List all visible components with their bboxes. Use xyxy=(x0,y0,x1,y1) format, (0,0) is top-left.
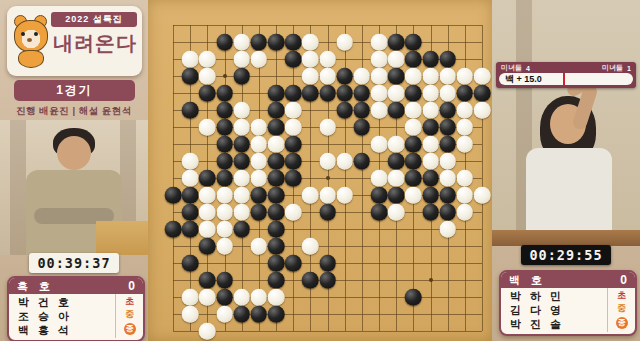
white-stone xyxy=(457,68,474,85)
black-stone xyxy=(268,238,285,255)
white-stone xyxy=(182,51,199,68)
crew-credits: 진행 배윤진 | 해설 윤현석 xyxy=(0,105,148,118)
white-stone xyxy=(251,119,268,136)
black-stone xyxy=(285,85,302,102)
white-stone xyxy=(439,85,456,102)
black-stone xyxy=(285,153,302,170)
black-stone xyxy=(165,221,182,238)
black-stone xyxy=(285,255,302,272)
black-stone xyxy=(216,34,233,51)
black-stone xyxy=(388,153,405,170)
white-stone xyxy=(319,119,336,136)
black-stone xyxy=(405,85,422,102)
right-tally: 미녀들1 xyxy=(602,63,631,73)
white-stone xyxy=(216,187,233,204)
white-stone xyxy=(319,187,336,204)
black-stone xyxy=(388,102,405,119)
black-stone xyxy=(233,153,250,170)
white-team-clock: 00:29:55 xyxy=(521,245,611,265)
black-stone xyxy=(216,119,233,136)
white-stone xyxy=(251,170,268,187)
white-stone xyxy=(302,238,319,255)
white-stone xyxy=(182,306,199,323)
broadcast-screen: 2022 설특집 내려온다 1경기 진행 배윤진 | 해설 윤현석 00:39:… xyxy=(0,0,640,341)
black-player-photo xyxy=(0,120,148,255)
black-stone xyxy=(285,51,302,68)
show-banner: 2022 설특집 내려온다 xyxy=(7,6,142,76)
white-stone xyxy=(302,34,319,51)
white-stone xyxy=(474,187,491,204)
white-stone xyxy=(371,170,388,187)
black-stone xyxy=(371,187,388,204)
special-edition-ribbon: 2022 설특집 xyxy=(51,12,137,27)
black-team-score: 0 xyxy=(128,279,135,293)
white-stone xyxy=(422,85,439,102)
white-stone xyxy=(457,170,474,187)
star-point xyxy=(223,74,227,78)
black-stone xyxy=(439,51,456,68)
white-stone xyxy=(336,34,353,51)
white-stone xyxy=(457,119,474,136)
black-stone xyxy=(216,102,233,119)
white-stone xyxy=(457,204,474,221)
black-stone xyxy=(439,204,456,221)
white-stone xyxy=(371,136,388,153)
show-title: 내려온다 xyxy=(49,30,141,57)
black-stone xyxy=(354,102,371,119)
player-name: 박 진 솔 xyxy=(510,319,607,330)
white-stone xyxy=(233,102,250,119)
white-stone xyxy=(285,119,302,136)
player-name: 김 다 영 xyxy=(510,305,607,316)
white-stone xyxy=(199,119,216,136)
black-stone xyxy=(216,289,233,306)
white-stone xyxy=(388,136,405,153)
white-stone xyxy=(388,204,405,221)
left-panel: 2022 설특집 내려온다 1경기 진행 배윤진 | 해설 윤현석 00:39:… xyxy=(0,0,148,341)
black-stone xyxy=(268,153,285,170)
black-stone xyxy=(388,187,405,204)
white-stone xyxy=(251,136,268,153)
white-stone xyxy=(405,187,422,204)
black-stone xyxy=(285,170,302,187)
black-stone xyxy=(216,272,233,289)
black-stone xyxy=(251,306,268,323)
black-stone xyxy=(268,306,285,323)
black-stone xyxy=(405,136,422,153)
black-stone xyxy=(251,34,268,51)
white-team-roster: 박 하 민김 다 영박 진 솔 초중종 xyxy=(501,288,635,332)
black-stone xyxy=(233,306,250,323)
white-stone xyxy=(439,221,456,238)
white-stone xyxy=(319,51,336,68)
white-stone xyxy=(474,102,491,119)
white-stone xyxy=(216,221,233,238)
white-stone xyxy=(422,153,439,170)
black-stone xyxy=(251,204,268,221)
white-stone xyxy=(354,68,371,85)
stage-badge: 중 xyxy=(617,304,626,313)
player-name: 조 승 아 xyxy=(18,311,115,322)
black-stone xyxy=(439,102,456,119)
white-stone xyxy=(405,119,422,136)
black-stone xyxy=(319,272,336,289)
white-stone xyxy=(422,136,439,153)
grid-line xyxy=(173,331,482,332)
black-stone xyxy=(268,102,285,119)
white-stone xyxy=(388,170,405,187)
white-stone xyxy=(336,153,353,170)
black-stone xyxy=(354,85,371,102)
black-stone xyxy=(457,85,474,102)
player-name: 박 건 호 xyxy=(18,297,115,308)
white-stone xyxy=(251,238,268,255)
black-stone xyxy=(422,119,439,136)
white-stone xyxy=(371,102,388,119)
white-stone xyxy=(319,153,336,170)
black-stone xyxy=(439,119,456,136)
white-stone xyxy=(457,187,474,204)
stage-badge-active: 종 xyxy=(124,323,136,335)
white-stone xyxy=(182,153,199,170)
black-stone xyxy=(336,102,353,119)
stage-badge: 중 xyxy=(125,310,134,319)
black-stone xyxy=(354,119,371,136)
black-stone xyxy=(405,289,422,306)
white-stone xyxy=(251,153,268,170)
black-stone xyxy=(302,85,319,102)
white-stone xyxy=(199,204,216,221)
black-stone xyxy=(268,34,285,51)
black-team-clock: 00:39:37 xyxy=(29,253,119,273)
star-point xyxy=(429,278,433,282)
black-stone xyxy=(285,136,302,153)
black-stone xyxy=(336,85,353,102)
studio-pillar xyxy=(10,120,26,255)
black-stone xyxy=(182,255,199,272)
winrate-tick xyxy=(563,73,565,85)
white-stone xyxy=(233,289,250,306)
white-team-name: 백 호 xyxy=(509,273,620,288)
studio-table xyxy=(492,230,640,246)
white-stone xyxy=(216,306,233,323)
black-stone xyxy=(233,68,250,85)
stage-badge-active: 종 xyxy=(616,317,628,329)
black-stone xyxy=(199,85,216,102)
white-stone xyxy=(457,102,474,119)
stage-badge: 초 xyxy=(617,291,626,300)
black-stone xyxy=(268,119,285,136)
white-stone xyxy=(216,238,233,255)
board-grid xyxy=(173,25,482,331)
white-stone xyxy=(199,68,216,85)
white-stone xyxy=(233,34,250,51)
black-stone xyxy=(388,34,405,51)
black-stone xyxy=(182,204,199,221)
black-stone xyxy=(371,204,388,221)
white-stone xyxy=(233,204,250,221)
black-stone xyxy=(251,187,268,204)
black-stone xyxy=(233,136,250,153)
player-name: 박 하 민 xyxy=(510,291,607,302)
black-team-plate: 흑 호 0 박 건 호조 승 아백 홍 석 초중종 xyxy=(7,276,145,341)
white-stone xyxy=(233,51,250,68)
black-stone xyxy=(216,170,233,187)
ai-score-bar: 미녀들4 미녀들1 백 + 15.0 xyxy=(496,62,636,88)
black-stone xyxy=(199,170,216,187)
white-stone xyxy=(233,170,250,187)
white-stone xyxy=(336,187,353,204)
white-team-score: 0 xyxy=(620,273,627,287)
black-stone xyxy=(405,170,422,187)
black-stone xyxy=(182,68,199,85)
black-stone xyxy=(268,204,285,221)
black-stone xyxy=(165,187,182,204)
right-panel: 미녀들4 미녀들1 백 + 15.0 00:29:55 백 호 0 박 하 민김… xyxy=(492,0,640,341)
tiger-mascot-icon xyxy=(12,14,48,68)
white-stone xyxy=(319,68,336,85)
player-head xyxy=(57,136,91,170)
white-stone xyxy=(439,170,456,187)
black-stone xyxy=(439,187,456,204)
black-stone xyxy=(354,153,371,170)
white-stone xyxy=(285,102,302,119)
white-stone xyxy=(405,68,422,85)
black-stone xyxy=(199,238,216,255)
black-stone xyxy=(182,102,199,119)
white-stone xyxy=(233,119,250,136)
black-stone xyxy=(216,153,233,170)
round-label: 1경기 xyxy=(14,80,135,101)
white-stone xyxy=(199,51,216,68)
goban-corner xyxy=(96,221,148,255)
white-stone xyxy=(268,289,285,306)
white-stone xyxy=(268,136,285,153)
black-stone xyxy=(268,187,285,204)
white-stone xyxy=(422,102,439,119)
black-stone xyxy=(422,51,439,68)
white-stone xyxy=(199,323,216,340)
black-stone xyxy=(268,221,285,238)
white-stone xyxy=(251,289,268,306)
black-stone xyxy=(319,255,336,272)
black-stone xyxy=(182,187,199,204)
white-stone xyxy=(388,85,405,102)
ai-score-estimate: 백 + 15.0 xyxy=(505,73,542,85)
white-stone xyxy=(388,51,405,68)
black-stone xyxy=(439,136,456,153)
black-team-name: 흑 호 xyxy=(17,279,128,294)
white-stone xyxy=(439,153,456,170)
white-stone xyxy=(302,51,319,68)
black-stone xyxy=(422,170,439,187)
black-stone xyxy=(319,204,336,221)
black-stone xyxy=(422,187,439,204)
black-stone xyxy=(319,85,336,102)
white-stone xyxy=(285,204,302,221)
black-stone xyxy=(302,272,319,289)
white-stone xyxy=(371,68,388,85)
black-stone xyxy=(216,85,233,102)
white-stone xyxy=(251,51,268,68)
white-team-header: 백 호 0 xyxy=(501,272,635,288)
left-tally: 미녀들4 xyxy=(501,63,530,73)
white-stone xyxy=(233,187,250,204)
white-player-photo xyxy=(492,0,640,246)
white-stone xyxy=(182,289,199,306)
white-stone xyxy=(439,68,456,85)
player-name: 백 홍 석 xyxy=(18,325,115,336)
white-stone xyxy=(199,187,216,204)
go-board[interactable] xyxy=(148,0,492,341)
black-stone xyxy=(268,170,285,187)
black-stone xyxy=(474,85,491,102)
white-stone xyxy=(199,221,216,238)
white-stone xyxy=(371,51,388,68)
white-stone xyxy=(302,187,319,204)
black-stone xyxy=(199,272,216,289)
white-stone xyxy=(474,68,491,85)
black-team-header: 흑 호 0 xyxy=(9,278,143,294)
white-stone xyxy=(371,34,388,51)
white-stone xyxy=(182,170,199,187)
white-stone xyxy=(216,204,233,221)
black-stone xyxy=(268,272,285,289)
white-team-plate: 백 호 0 박 하 민김 다 영박 진 솔 초중종 xyxy=(499,270,637,336)
black-stone xyxy=(405,51,422,68)
white-stone xyxy=(371,85,388,102)
white-stone xyxy=(199,289,216,306)
black-stone xyxy=(233,221,250,238)
white-stone xyxy=(457,136,474,153)
black-stone xyxy=(336,68,353,85)
white-stone xyxy=(422,68,439,85)
star-point xyxy=(326,176,330,180)
black-stone xyxy=(216,136,233,153)
black-stone xyxy=(405,153,422,170)
stage-badge: 초 xyxy=(125,297,134,306)
black-stone xyxy=(268,255,285,272)
black-stone xyxy=(182,221,199,238)
black-stone xyxy=(285,34,302,51)
black-stone xyxy=(405,34,422,51)
black-team-roster: 박 건 호조 승 아백 홍 석 초중종 xyxy=(9,294,143,338)
black-stone xyxy=(388,68,405,85)
white-stone xyxy=(405,102,422,119)
winrate-track: 백 + 15.0 xyxy=(499,73,633,85)
white-stone xyxy=(302,68,319,85)
black-stone xyxy=(268,85,285,102)
black-stone xyxy=(422,204,439,221)
